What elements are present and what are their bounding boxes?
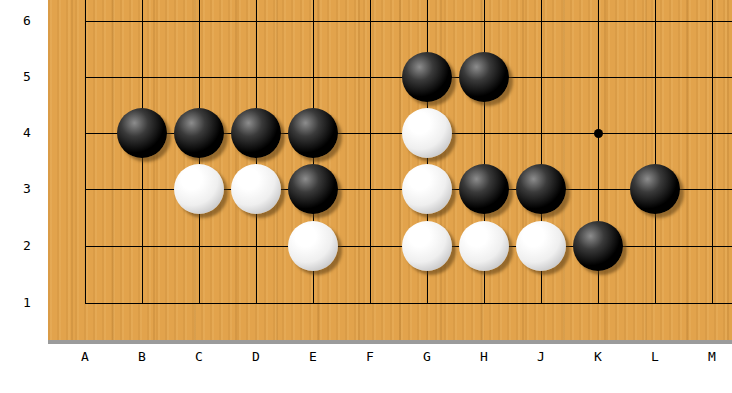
stone-black-d4[interactable]	[231, 108, 281, 158]
stone-white-c3[interactable]	[174, 164, 224, 214]
stone-black-j3[interactable]	[516, 164, 566, 214]
col-label-B: B	[127, 349, 157, 365]
col-label-M: M	[697, 349, 727, 365]
col-label-D: D	[241, 349, 271, 365]
col-label-G: G	[412, 349, 442, 365]
stone-white-g3[interactable]	[402, 164, 452, 214]
stone-black-k2[interactable]	[573, 221, 623, 271]
stone-black-b4[interactable]	[117, 108, 167, 158]
grid-line-col-F	[370, 0, 371, 304]
go-app-stage: 654321 ABCDEFGHJKLM	[0, 0, 732, 393]
stone-black-c4[interactable]	[174, 108, 224, 158]
col-label-K: K	[583, 349, 613, 365]
stone-black-h5[interactable]	[459, 52, 509, 102]
col-label-C: C	[184, 349, 214, 365]
stone-white-e2[interactable]	[288, 221, 338, 271]
row-label-4: 4	[10, 125, 44, 141]
row-label-6: 6	[10, 13, 44, 29]
stone-white-h2[interactable]	[459, 221, 509, 271]
col-label-J: J	[526, 349, 556, 365]
col-label-A: A	[70, 349, 100, 365]
stone-black-g5[interactable]	[402, 52, 452, 102]
star-point-k4	[594, 129, 603, 138]
stone-white-g4[interactable]	[402, 108, 452, 158]
row-label-5: 5	[10, 69, 44, 85]
go-board[interactable]	[48, 0, 732, 344]
stone-black-l3[interactable]	[630, 164, 680, 214]
grid-line-col-A	[85, 0, 86, 304]
grid-line-row-6	[85, 21, 732, 22]
col-label-F: F	[355, 349, 385, 365]
col-label-L: L	[640, 349, 670, 365]
col-label-E: E	[298, 349, 328, 365]
row-label-2: 2	[10, 238, 44, 254]
grid-line-row-1	[85, 303, 732, 304]
stone-black-e3[interactable]	[288, 164, 338, 214]
stone-black-h3[interactable]	[459, 164, 509, 214]
stone-white-g2[interactable]	[402, 221, 452, 271]
grid-line-col-L	[655, 0, 656, 304]
stone-white-j2[interactable]	[516, 221, 566, 271]
stone-black-e4[interactable]	[288, 108, 338, 158]
row-label-1: 1	[10, 295, 44, 311]
stone-white-d3[interactable]	[231, 164, 281, 214]
row-label-3: 3	[10, 181, 44, 197]
col-label-H: H	[469, 349, 499, 365]
grid-line-col-M	[712, 0, 713, 304]
